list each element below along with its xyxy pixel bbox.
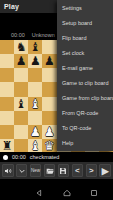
square-b3[interactable] [14, 111, 28, 125]
square-a7[interactable] [0, 54, 14, 68]
black-pawn: ♟ [30, 54, 41, 68]
sound-button[interactable] [2, 164, 14, 177]
square-d8[interactable] [42, 40, 56, 54]
android-nav-bar [0, 186, 113, 200]
menu-item-settings[interactable]: Settings [57, 0, 113, 15]
black-pawn: ♟ [16, 54, 27, 68]
square-c2[interactable]: ♟ [28, 125, 42, 139]
square-c3[interactable] [28, 111, 42, 125]
black-bishop: ♝ [16, 97, 27, 111]
square-d1[interactable]: ♛ [42, 139, 56, 153]
nav-back-button[interactable] [35, 189, 43, 197]
square-a3[interactable] [0, 111, 14, 125]
home-icon [63, 189, 71, 197]
new-game-button[interactable]: New [30, 164, 42, 177]
square-b6[interactable] [14, 68, 28, 82]
toolbar: New<>▶ [0, 162, 113, 179]
back-move-button-glyph: < [75, 167, 80, 175]
square-d7[interactable]: ♟ [42, 54, 56, 68]
game-status-bar: 00:00 checkmated [0, 152, 113, 162]
play-button-glyph: ▶ [102, 167, 109, 175]
square-c6[interactable] [28, 68, 42, 82]
white-bishop: ♝ [30, 97, 41, 111]
nav-home-button[interactable] [63, 189, 71, 197]
black-rook: ♜ [2, 139, 13, 153]
square-d4[interactable] [42, 97, 56, 111]
square-b2[interactable] [14, 125, 28, 139]
white-pawn: ♟ [44, 125, 55, 139]
top-player-name: Unknown [32, 32, 55, 38]
forward-move-button-glyph: > [89, 167, 94, 175]
top-player-info: 00:00 Unknown [11, 30, 55, 39]
overflow-menu: SettingsSetup boardFlip boardSet clockE-… [57, 0, 113, 151]
back-move-button[interactable]: < [72, 164, 84, 177]
square-a1[interactable]: ♜ [0, 139, 14, 153]
save-icon [59, 167, 67, 175]
square-b5[interactable] [14, 82, 28, 96]
game-state-label: checkmated [30, 154, 60, 160]
square-c5[interactable] [28, 82, 42, 96]
play-button[interactable]: ▶ [99, 164, 111, 177]
chevron-down-icon [18, 167, 26, 175]
top-player-clock: 00:00 [11, 32, 25, 38]
white-side-indicator-icon [3, 155, 8, 160]
menu-item-set-clock[interactable]: Set clock [57, 45, 113, 60]
black-knight: ♞ [16, 40, 27, 54]
square-b1[interactable] [14, 139, 28, 153]
menu-item-from-qr-code[interactable]: From QR-code [57, 106, 113, 121]
open-game-button[interactable] [44, 164, 56, 177]
back-triangle-icon [35, 189, 43, 197]
white-pawn: ♟ [30, 125, 41, 139]
menu-item-to-qr-code[interactable]: To QR-code [57, 121, 113, 136]
square-c4[interactable]: ♝ [28, 97, 42, 111]
square-a4[interactable] [0, 97, 14, 111]
square-a5[interactable] [0, 82, 14, 96]
square-b8[interactable]: ♞ [14, 40, 28, 54]
white-bishop: ♝ [30, 139, 41, 153]
square-d2[interactable]: ♟ [42, 125, 56, 139]
square-b7[interactable]: ♟ [14, 54, 28, 68]
save-game-button[interactable] [58, 164, 70, 177]
new-game-button-label: New [31, 168, 40, 173]
nav-recents-button[interactable] [90, 189, 98, 197]
square-c8[interactable]: ♝ [28, 40, 42, 54]
menu-item-game-from-clip-board[interactable]: Game from clip board [57, 91, 113, 106]
square-d5[interactable] [42, 82, 56, 96]
square-a8[interactable] [0, 40, 14, 54]
notation-dropdown-button[interactable] [16, 164, 28, 177]
square-c7[interactable]: ♟ [28, 54, 42, 68]
menu-item-e-mail-game[interactable]: E-mail game [57, 60, 113, 75]
phone-screen: Play 00:00 Unknown ♞♝♟♟♟♝♝♟♟♜♝♛ 00:00 ch… [0, 0, 113, 200]
forward-move-button[interactable]: > [86, 164, 98, 177]
square-b4[interactable]: ♝ [14, 97, 28, 111]
menu-item-setup-board[interactable]: Setup board [57, 15, 113, 30]
square-a6[interactable] [0, 68, 14, 82]
menu-item-game-to-clip-board[interactable]: Game to clip board [57, 75, 113, 90]
square-c1[interactable]: ♝ [28, 139, 42, 153]
speaker-icon [4, 167, 12, 175]
white-queen: ♛ [44, 139, 55, 153]
bottom-player-clock: 00:00 [12, 154, 26, 160]
square-d3[interactable] [42, 111, 56, 125]
black-pawn: ♟ [44, 54, 55, 68]
recents-square-icon [90, 189, 98, 197]
folder-open-icon [46, 167, 54, 175]
menu-item-flip-board[interactable]: Flip board [57, 30, 113, 45]
black-bishop: ♝ [30, 40, 41, 54]
square-a2[interactable] [0, 125, 14, 139]
square-d6[interactable] [42, 68, 56, 82]
menu-item-help[interactable]: Help [57, 136, 113, 151]
page-title: Play [4, 3, 19, 10]
